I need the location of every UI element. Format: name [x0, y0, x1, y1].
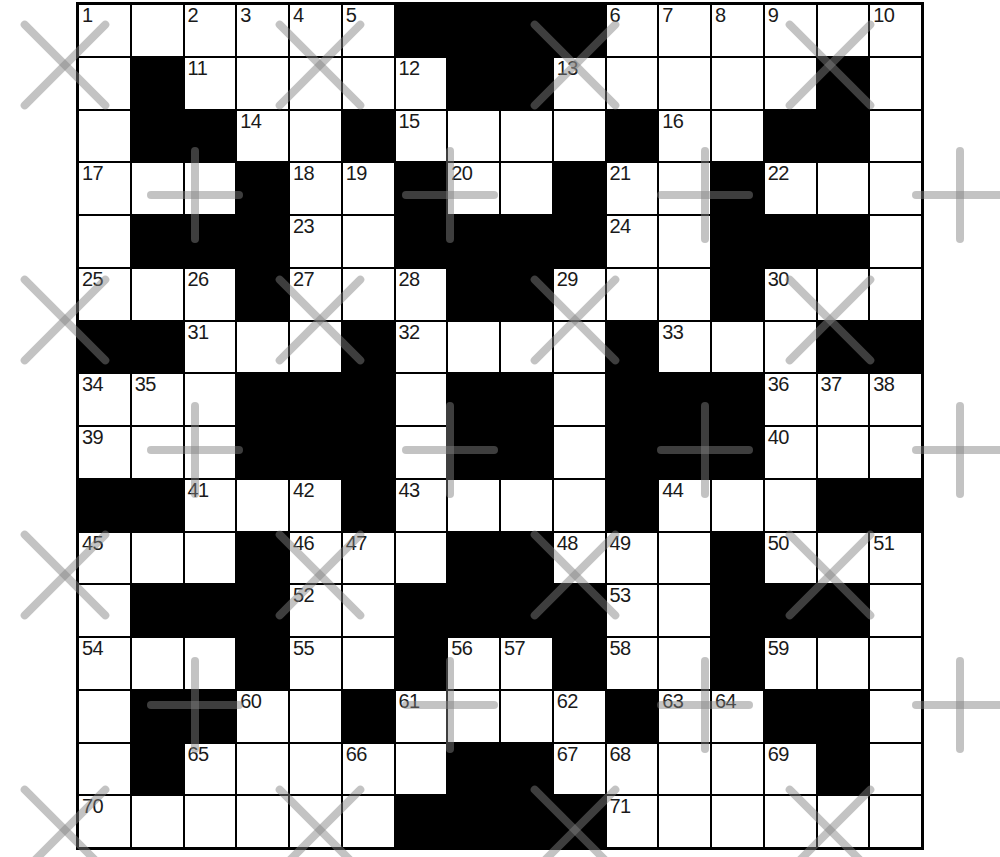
cell-r12c7: [395, 584, 448, 637]
cell-r9c16[interactable]: [869, 426, 922, 479]
cell-r15c11[interactable]: 68: [606, 743, 659, 796]
clue-number: 69: [768, 744, 789, 764]
cell-r3c2: [131, 110, 184, 163]
cell-r7c7[interactable]: 32: [395, 321, 448, 374]
cell-r8c7[interactable]: [395, 373, 448, 426]
cell-r6c9: [500, 268, 553, 321]
cell-r11c7[interactable]: [395, 532, 448, 585]
cell-r1c9: [500, 4, 553, 57]
cell-r5c1[interactable]: [78, 215, 131, 268]
cell-r14c16[interactable]: [869, 690, 922, 743]
clue-number: 48: [557, 533, 578, 553]
clue-number: 21: [610, 163, 631, 183]
clue-number: 70: [82, 796, 103, 816]
cell-r13c5[interactable]: 55: [289, 637, 342, 690]
cell-r11c4: [236, 532, 289, 585]
cell-r11c9: [500, 532, 553, 585]
cell-r14c10[interactable]: 62: [553, 690, 606, 743]
cell-r11c12[interactable]: [658, 532, 711, 585]
cell-r13c12[interactable]: [658, 637, 711, 690]
cell-r15c4[interactable]: [236, 743, 289, 796]
clue-number: 30: [768, 269, 789, 289]
cell-r5c3: [184, 215, 237, 268]
cell-r5c5[interactable]: 23: [289, 215, 342, 268]
cell-r12c9: [500, 584, 553, 637]
cell-r5c11[interactable]: 24: [606, 215, 659, 268]
cell-r3c14: [764, 110, 817, 163]
cell-r14c4[interactable]: 60: [236, 690, 289, 743]
cell-r2c15: [817, 57, 870, 110]
cell-r2c4[interactable]: [236, 57, 289, 110]
cell-r5c14: [764, 215, 817, 268]
cell-r4c8[interactable]: 20: [447, 162, 500, 215]
cell-r15c10[interactable]: 67: [553, 743, 606, 796]
clue-number: 40: [768, 427, 789, 447]
cell-r13c3[interactable]: [184, 637, 237, 690]
clue-number: 50: [768, 533, 789, 553]
cell-r3c5[interactable]: [289, 110, 342, 163]
cell-r4c7: [395, 162, 448, 215]
clue-number: 28: [399, 269, 420, 289]
cell-r11c16[interactable]: 51: [869, 532, 922, 585]
cell-r9c13: [711, 426, 764, 479]
clue-number: 59: [768, 638, 789, 658]
cell-r2c10[interactable]: 13: [553, 57, 606, 110]
cell-r1c5[interactable]: 4: [289, 4, 342, 57]
cell-r14c14: [764, 690, 817, 743]
cell-r13c15[interactable]: [817, 637, 870, 690]
clue-number: 43: [399, 480, 420, 500]
cell-r16c12[interactable]: [658, 795, 711, 848]
cell-r4c11[interactable]: 21: [606, 162, 659, 215]
cell-r1c15[interactable]: [817, 4, 870, 57]
cell-r2c6[interactable]: [342, 57, 395, 110]
clue-number: 57: [504, 638, 525, 658]
cell-r4c3[interactable]: [184, 162, 237, 215]
cell-r8c14[interactable]: 36: [764, 373, 817, 426]
clue-number: 20: [451, 163, 472, 183]
clue-number: 14: [240, 111, 261, 131]
cell-r6c11[interactable]: [606, 268, 659, 321]
clue-number: 45: [82, 533, 103, 553]
cell-r9c10[interactable]: [553, 426, 606, 479]
clue-number: 53: [610, 585, 631, 605]
clue-number: 60: [240, 691, 261, 711]
cell-r6c16[interactable]: [869, 268, 922, 321]
cell-r14c13[interactable]: 64: [711, 690, 764, 743]
cell-r4c6[interactable]: 19: [342, 162, 395, 215]
cell-r10c9[interactable]: [500, 479, 553, 532]
clue-number: 49: [610, 533, 631, 553]
cell-r12c15: [817, 584, 870, 637]
cell-r15c7[interactable]: [395, 743, 448, 796]
cell-r9c5: [289, 426, 342, 479]
cell-r10c5[interactable]: 42: [289, 479, 342, 532]
cell-r4c16[interactable]: [869, 162, 922, 215]
cell-r13c10: [553, 637, 606, 690]
clue-number: 51: [873, 533, 894, 553]
cell-r5c16[interactable]: [869, 215, 922, 268]
cell-r11c6[interactable]: 47: [342, 532, 395, 585]
cell-r8c15[interactable]: 37: [817, 373, 870, 426]
cell-r9c9: [500, 426, 553, 479]
cell-r7c8[interactable]: [447, 321, 500, 374]
cell-r2c16[interactable]: [869, 57, 922, 110]
cell-r16c3[interactable]: [184, 795, 237, 848]
cell-r2c1[interactable]: [78, 57, 131, 110]
cell-r15c15: [817, 743, 870, 796]
cell-r12c12[interactable]: [658, 584, 711, 637]
cell-r3c4[interactable]: 14: [236, 110, 289, 163]
clue-number: 26: [188, 269, 209, 289]
cell-r9c1[interactable]: 39: [78, 426, 131, 479]
cell-r9c4: [236, 426, 289, 479]
cell-r2c9: [500, 57, 553, 110]
clue-number: 32: [399, 322, 420, 342]
cell-r12c2: [131, 584, 184, 637]
cell-r12c4: [236, 584, 289, 637]
cell-r12c1[interactable]: [78, 584, 131, 637]
clue-number: 47: [346, 533, 367, 553]
cell-r1c4[interactable]: 3: [236, 4, 289, 57]
cell-r7c16: [869, 321, 922, 374]
cell-r5c2: [131, 215, 184, 268]
cell-r12c11[interactable]: 53: [606, 584, 659, 637]
cell-r5c4: [236, 215, 289, 268]
cell-r6c3[interactable]: 26: [184, 268, 237, 321]
cell-r10c3[interactable]: 41: [184, 479, 237, 532]
cell-r10c13[interactable]: [711, 479, 764, 532]
clue-number: 52: [293, 585, 314, 605]
cell-r15c6[interactable]: 66: [342, 743, 395, 796]
cell-r6c7[interactable]: 28: [395, 268, 448, 321]
watermark-plus-icon: [912, 402, 1000, 498]
clue-number: 37: [821, 374, 842, 394]
cell-r7c3[interactable]: 31: [184, 321, 237, 374]
cell-r5c15: [817, 215, 870, 268]
cell-r13c9[interactable]: 57: [500, 637, 553, 690]
cell-r8c9: [500, 373, 553, 426]
cell-r1c12[interactable]: 7: [658, 4, 711, 57]
clue-number: 39: [82, 427, 103, 447]
cell-r3c8[interactable]: [447, 110, 500, 163]
cell-r3c12[interactable]: 16: [658, 110, 711, 163]
cell-r11c3[interactable]: [184, 532, 237, 585]
clue-number: 38: [873, 374, 894, 394]
cell-r13c8[interactable]: 56: [447, 637, 500, 690]
clue-number: 16: [662, 111, 683, 131]
cell-r6c15[interactable]: [817, 268, 870, 321]
cell-r11c5[interactable]: 46: [289, 532, 342, 585]
cell-r11c1[interactable]: 45: [78, 532, 131, 585]
cell-r15c3[interactable]: 65: [184, 743, 237, 796]
cell-r8c3[interactable]: [184, 373, 237, 426]
cell-r10c7[interactable]: 43: [395, 479, 448, 532]
cell-r2c14[interactable]: [764, 57, 817, 110]
clue-number: 4: [293, 5, 304, 25]
cell-r1c13[interactable]: 8: [711, 4, 764, 57]
cell-r3c1[interactable]: [78, 110, 131, 163]
cell-r14c8[interactable]: [447, 690, 500, 743]
clue-number: 7: [662, 5, 673, 25]
cell-r13c6[interactable]: [342, 637, 395, 690]
cell-r8c5: [289, 373, 342, 426]
cell-r12c6[interactable]: [342, 584, 395, 637]
cell-r16c11[interactable]: 71: [606, 795, 659, 848]
cell-r4c15[interactable]: [817, 162, 870, 215]
clue-number: 42: [293, 480, 314, 500]
cell-r14c5[interactable]: [289, 690, 342, 743]
cell-r6c6[interactable]: [342, 268, 395, 321]
cell-r7c4[interactable]: [236, 321, 289, 374]
cell-r9c6: [342, 426, 395, 479]
cell-r1c7: [395, 4, 448, 57]
cell-r6c5[interactable]: 27: [289, 268, 342, 321]
cell-r11c15[interactable]: [817, 532, 870, 585]
cell-r14c15: [817, 690, 870, 743]
cell-r9c2[interactable]: [131, 426, 184, 479]
cell-r15c1[interactable]: [78, 743, 131, 796]
cell-r10c15: [817, 479, 870, 532]
clue-number: 18: [293, 163, 314, 183]
cell-r14c12[interactable]: 63: [658, 690, 711, 743]
cell-r4c10: [553, 162, 606, 215]
cell-r8c16[interactable]: 38: [869, 373, 922, 426]
cell-r8c1[interactable]: 34: [78, 373, 131, 426]
cell-r1c1[interactable]: 1: [78, 4, 131, 57]
cell-r11c2[interactable]: [131, 532, 184, 585]
cell-r1c14[interactable]: 9: [764, 4, 817, 57]
cell-r2c2: [131, 57, 184, 110]
cell-r4c12[interactable]: [658, 162, 711, 215]
clue-number: 33: [662, 322, 683, 342]
cell-r6c14[interactable]: 30: [764, 268, 817, 321]
clue-number: 66: [346, 744, 367, 764]
cell-r8c12: [658, 373, 711, 426]
clue-number: 17: [82, 163, 103, 183]
cell-r12c10: [553, 584, 606, 637]
cell-r5c13: [711, 215, 764, 268]
cell-r16c6[interactable]: [342, 795, 395, 848]
clue-number: 1: [82, 5, 93, 25]
cell-r7c9[interactable]: [500, 321, 553, 374]
cell-r8c8: [447, 373, 500, 426]
cell-r3c9[interactable]: [500, 110, 553, 163]
clue-number: 12: [399, 58, 420, 78]
cell-r15c12[interactable]: [658, 743, 711, 796]
cell-r9c12: [658, 426, 711, 479]
cell-r11c11[interactable]: 49: [606, 532, 659, 585]
clue-number: 46: [293, 533, 314, 553]
clue-number: 64: [715, 691, 736, 711]
cell-r7c6: [342, 321, 395, 374]
cell-r4c2[interactable]: [131, 162, 184, 215]
cell-r7c12[interactable]: 33: [658, 321, 711, 374]
cell-r3c15: [817, 110, 870, 163]
cell-r9c3[interactable]: [184, 426, 237, 479]
cell-r1c3[interactable]: 2: [184, 4, 237, 57]
cell-r7c15: [817, 321, 870, 374]
clue-number: 65: [188, 744, 209, 764]
cell-r14c7[interactable]: 61: [395, 690, 448, 743]
clue-number: 56: [451, 638, 472, 658]
cell-r14c11: [606, 690, 659, 743]
cell-r16c13[interactable]: [711, 795, 764, 848]
clue-number: 36: [768, 374, 789, 394]
cell-r2c8: [447, 57, 500, 110]
cell-r9c11: [606, 426, 659, 479]
clue-number: 62: [557, 691, 578, 711]
cell-r9c15[interactable]: [817, 426, 870, 479]
cell-r6c1[interactable]: 25: [78, 268, 131, 321]
watermark-plus-icon: [912, 657, 1000, 753]
clue-number: 24: [610, 216, 631, 236]
cell-r2c5[interactable]: [289, 57, 342, 110]
cell-r10c12[interactable]: 44: [658, 479, 711, 532]
cell-r4c5[interactable]: 18: [289, 162, 342, 215]
cell-r10c10[interactable]: [553, 479, 606, 532]
clue-number: 55: [293, 638, 314, 658]
cell-r12c13: [711, 584, 764, 637]
clue-number: 35: [135, 374, 156, 394]
cell-r11c14[interactable]: 50: [764, 532, 817, 585]
cell-r6c10[interactable]: 29: [553, 268, 606, 321]
cell-r11c10[interactable]: 48: [553, 532, 606, 585]
cell-r16c15[interactable]: [817, 795, 870, 848]
cell-r16c7: [395, 795, 448, 848]
cell-r5c10: [553, 215, 606, 268]
cell-r16c1[interactable]: 70: [78, 795, 131, 848]
cell-r15c13[interactable]: [711, 743, 764, 796]
cell-r3c6: [342, 110, 395, 163]
cell-r14c9[interactable]: [500, 690, 553, 743]
cell-r13c7: [395, 637, 448, 690]
cell-r16c9: [500, 795, 553, 848]
cell-r12c8: [447, 584, 500, 637]
cell-r5c8: [447, 215, 500, 268]
cell-r10c4[interactable]: [236, 479, 289, 532]
cell-r2c12[interactable]: [658, 57, 711, 110]
cell-r1c16[interactable]: 10: [869, 4, 922, 57]
clue-number: 54: [82, 638, 103, 658]
clue-number: 31: [188, 322, 209, 342]
cell-r9c7[interactable]: [395, 426, 448, 479]
cell-r2c3[interactable]: 11: [184, 57, 237, 110]
cell-r6c13: [711, 268, 764, 321]
clue-number: 23: [293, 216, 314, 236]
cell-r16c4[interactable]: [236, 795, 289, 848]
cell-r3c13[interactable]: [711, 110, 764, 163]
cell-r13c14[interactable]: 59: [764, 637, 817, 690]
cell-r13c2[interactable]: [131, 637, 184, 690]
cell-r16c16[interactable]: [869, 795, 922, 848]
cell-r6c2[interactable]: [131, 268, 184, 321]
cell-r8c4: [236, 373, 289, 426]
cell-r5c12[interactable]: [658, 215, 711, 268]
cell-r3c3: [184, 110, 237, 163]
cell-r4c1[interactable]: 17: [78, 162, 131, 215]
cell-r1c8: [447, 4, 500, 57]
cell-r10c2: [131, 479, 184, 532]
clue-number: 67: [557, 744, 578, 764]
clue-number: 34: [82, 374, 103, 394]
cell-r2c7[interactable]: 12: [395, 57, 448, 110]
cell-r8c2[interactable]: 35: [131, 373, 184, 426]
crossword-board: 1234567891011121314151617181920212223242…: [76, 2, 924, 850]
cell-r13c11[interactable]: 58: [606, 637, 659, 690]
cell-r1c6[interactable]: 5: [342, 4, 395, 57]
clue-number: 61: [399, 691, 420, 711]
cell-r4c9[interactable]: [500, 162, 553, 215]
cell-r2c11[interactable]: [606, 57, 659, 110]
clue-number: 2: [188, 5, 199, 25]
cell-r9c8: [447, 426, 500, 479]
clue-number: 19: [346, 163, 367, 183]
cell-r12c5[interactable]: 52: [289, 584, 342, 637]
cell-r7c11: [606, 321, 659, 374]
cell-r7c14[interactable]: [764, 321, 817, 374]
cell-r3c7[interactable]: 15: [395, 110, 448, 163]
cell-r16c14[interactable]: [764, 795, 817, 848]
cell-r14c3: [184, 690, 237, 743]
cell-r15c14[interactable]: 69: [764, 743, 817, 796]
clue-number: 3: [240, 5, 251, 25]
cell-r13c16[interactable]: [869, 637, 922, 690]
cell-r14c1[interactable]: [78, 690, 131, 743]
cell-r3c10[interactable]: [553, 110, 606, 163]
clue-number: 63: [662, 691, 683, 711]
cell-r16c5[interactable]: [289, 795, 342, 848]
clue-number: 71: [610, 796, 631, 816]
cell-r2c13[interactable]: [711, 57, 764, 110]
clue-number: 13: [557, 58, 578, 78]
cell-r1c2[interactable]: [131, 4, 184, 57]
cell-r6c8: [447, 268, 500, 321]
cell-r10c8[interactable]: [447, 479, 500, 532]
clue-number: 44: [662, 480, 683, 500]
cell-r10c16: [869, 479, 922, 532]
cell-r3c11: [606, 110, 659, 163]
cell-r14c2: [131, 690, 184, 743]
cell-r14c6: [342, 690, 395, 743]
cell-r4c14[interactable]: 22: [764, 162, 817, 215]
cell-r13c13: [711, 637, 764, 690]
cell-r1c11[interactable]: 6: [606, 4, 659, 57]
cell-r12c3: [184, 584, 237, 637]
cell-r11c13: [711, 532, 764, 585]
cell-r7c10[interactable]: [553, 321, 606, 374]
cell-r15c16[interactable]: [869, 743, 922, 796]
cell-r12c16[interactable]: [869, 584, 922, 637]
cell-r7c5[interactable]: [289, 321, 342, 374]
cell-r3c16[interactable]: [869, 110, 922, 163]
cell-r6c12[interactable]: [658, 268, 711, 321]
cell-r4c4: [236, 162, 289, 215]
cell-r13c1[interactable]: 54: [78, 637, 131, 690]
clue-number: 6: [610, 5, 621, 25]
cell-r10c1: [78, 479, 131, 532]
page: { "game": "crossword", "grid": { "rows":…: [0, 0, 1000, 857]
cell-r5c6[interactable]: [342, 215, 395, 268]
cell-r15c5[interactable]: [289, 743, 342, 796]
cell-r8c10[interactable]: [553, 373, 606, 426]
cell-r10c14[interactable]: [764, 479, 817, 532]
cell-r7c13[interactable]: [711, 321, 764, 374]
cell-r1c10: [553, 4, 606, 57]
cell-r16c2[interactable]: [131, 795, 184, 848]
cell-r9c14[interactable]: 40: [764, 426, 817, 479]
cell-r7c1: [78, 321, 131, 374]
